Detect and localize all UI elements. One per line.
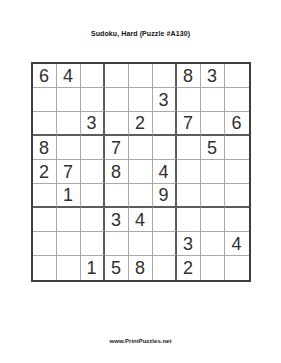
cell-r8c3 xyxy=(81,232,105,256)
cell-r5c2: 7 xyxy=(57,160,81,184)
cell-r2c7 xyxy=(177,88,201,112)
cell-r9c3: 1 xyxy=(81,256,105,280)
cell-r6c6: 9 xyxy=(153,184,177,208)
cell-r9c2 xyxy=(57,256,81,280)
cell-r2c3 xyxy=(81,88,105,112)
cell-r3c1 xyxy=(33,112,57,136)
cell-r4c6 xyxy=(153,136,177,160)
cell-r6c5 xyxy=(129,184,153,208)
cell-r5c1: 2 xyxy=(33,160,57,184)
cell-r4c1: 8 xyxy=(33,136,57,160)
cell-r1c3 xyxy=(81,64,105,88)
cell-r9c5: 8 xyxy=(129,256,153,280)
cell-r6c9 xyxy=(225,184,249,208)
cell-r8c9: 4 xyxy=(225,232,249,256)
cell-r7c1 xyxy=(33,208,57,232)
cell-r7c3 xyxy=(81,208,105,232)
cell-r7c6 xyxy=(153,208,177,232)
cell-r9c8 xyxy=(201,256,225,280)
cell-r5c8 xyxy=(201,160,225,184)
cell-r2c9 xyxy=(225,88,249,112)
cell-r6c1 xyxy=(33,184,57,208)
cell-r3c3: 3 xyxy=(81,112,105,136)
cell-r5c6: 4 xyxy=(153,160,177,184)
cell-r3c7: 7 xyxy=(177,112,201,136)
cell-r7c8 xyxy=(201,208,225,232)
cell-r5c4: 8 xyxy=(105,160,129,184)
footer-url: www.PrintPuzzles.net xyxy=(0,338,281,344)
cell-r5c9 xyxy=(225,160,249,184)
cell-r1c5 xyxy=(129,64,153,88)
cell-r1c2: 4 xyxy=(57,64,81,88)
cell-r9c9 xyxy=(225,256,249,280)
cell-r8c6 xyxy=(153,232,177,256)
cell-r5c5 xyxy=(129,160,153,184)
cell-r4c3 xyxy=(81,136,105,160)
cell-r1c8: 3 xyxy=(201,64,225,88)
cell-r5c7 xyxy=(177,160,201,184)
cell-r8c8 xyxy=(201,232,225,256)
cell-r9c4: 5 xyxy=(105,256,129,280)
cell-r4c7 xyxy=(177,136,201,160)
cell-r3c2 xyxy=(57,112,81,136)
cell-r2c8 xyxy=(201,88,225,112)
cell-r3c5: 2 xyxy=(129,112,153,136)
cell-r1c7: 8 xyxy=(177,64,201,88)
cell-r4c4: 7 xyxy=(105,136,129,160)
cell-r4c9 xyxy=(225,136,249,160)
page: { "page": { "title": "Sudoku, Hard (Puzz… xyxy=(0,0,281,363)
cell-r7c5: 4 xyxy=(129,208,153,232)
cell-r4c2 xyxy=(57,136,81,160)
cell-r3c9: 6 xyxy=(225,112,249,136)
cell-r3c6 xyxy=(153,112,177,136)
cell-r5c3 xyxy=(81,160,105,184)
sudoku-grid: 64833327687527841934341582 xyxy=(31,62,251,282)
puzzle-title: Sudoku, Hard (Puzzle #A130) xyxy=(0,0,281,37)
cell-r6c3 xyxy=(81,184,105,208)
cell-r6c4 xyxy=(105,184,129,208)
cell-r9c7: 2 xyxy=(177,256,201,280)
cell-r8c2 xyxy=(57,232,81,256)
cell-r4c8: 5 xyxy=(201,136,225,160)
cell-r3c8 xyxy=(201,112,225,136)
cell-r9c1 xyxy=(33,256,57,280)
cell-r2c6: 3 xyxy=(153,88,177,112)
cell-r2c1 xyxy=(33,88,57,112)
cell-r8c1 xyxy=(33,232,57,256)
cell-r8c5 xyxy=(129,232,153,256)
cell-r6c7 xyxy=(177,184,201,208)
cell-r6c2: 1 xyxy=(57,184,81,208)
cell-r2c5 xyxy=(129,88,153,112)
cell-r2c4 xyxy=(105,88,129,112)
cell-r1c1: 6 xyxy=(33,64,57,88)
cell-r9c6 xyxy=(153,256,177,280)
cell-r7c9 xyxy=(225,208,249,232)
cell-r7c7 xyxy=(177,208,201,232)
cell-r6c8 xyxy=(201,184,225,208)
cell-r1c9 xyxy=(225,64,249,88)
cell-r7c4: 3 xyxy=(105,208,129,232)
cell-r4c5 xyxy=(129,136,153,160)
cell-r2c2 xyxy=(57,88,81,112)
cell-r8c4 xyxy=(105,232,129,256)
cell-r1c4 xyxy=(105,64,129,88)
cell-r8c7: 3 xyxy=(177,232,201,256)
cell-r7c2 xyxy=(57,208,81,232)
cell-r3c4 xyxy=(105,112,129,136)
cell-r1c6 xyxy=(153,64,177,88)
